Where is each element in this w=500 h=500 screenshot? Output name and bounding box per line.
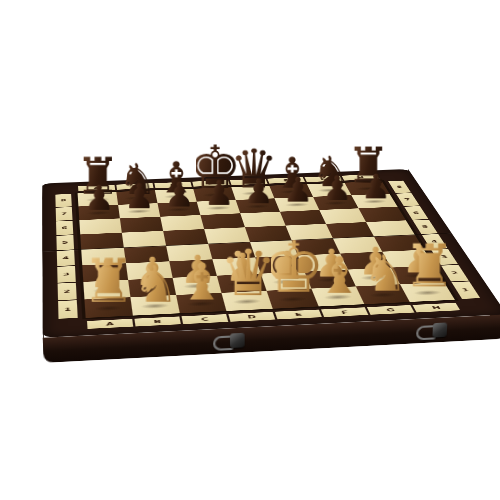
chess-set-photo: ABCDEFGH ABCDEFGH 87654321 87654321 ♜♞♝♚… (0, 0, 500, 500)
clasp-body-icon (230, 333, 245, 348)
clasp-icon-right (415, 321, 449, 339)
coordinate-label-6: 6 (55, 220, 74, 235)
white-queen-d1[interactable]: ♛ (225, 232, 271, 305)
rook-glyph: ♜ (403, 237, 456, 296)
white-knight-b1[interactable]: ♞ (132, 250, 179, 310)
knight-glyph: ♞ (133, 259, 179, 310)
white-bishop-c1[interactable]: ♝ (179, 248, 225, 308)
coordinate-label-7: 7 (55, 207, 74, 221)
white-rook-h1[interactable]: ♜ (407, 229, 453, 296)
queen-glyph: ♛ (219, 241, 276, 305)
knight-glyph: ♞ (362, 248, 407, 298)
white-king-e1[interactable]: ♚ (271, 224, 317, 303)
white-rook-a1[interactable]: ♜ (85, 243, 132, 312)
bishop-glyph: ♝ (179, 256, 225, 307)
coordinate-label-8: 8 (54, 194, 72, 208)
clasp-icon-left (213, 332, 247, 350)
chess-board: ABCDEFGH ABCDEFGH 87654321 87654321 ♜♞♝♚… (42, 169, 500, 338)
clasp-body-icon (432, 322, 447, 337)
white-knight-g1[interactable]: ♞ (362, 239, 408, 298)
rook-glyph: ♜ (82, 252, 136, 312)
